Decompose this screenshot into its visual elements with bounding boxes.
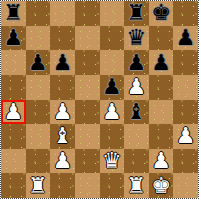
square-c2[interactable]: ♟ bbox=[50, 149, 75, 174]
square-e7[interactable] bbox=[100, 26, 125, 51]
piece-white-king[interactable]: ♚ bbox=[151, 174, 171, 198]
square-d6[interactable] bbox=[75, 50, 100, 75]
square-a6[interactable] bbox=[1, 50, 26, 75]
square-c7[interactable] bbox=[50, 26, 75, 51]
square-c8[interactable] bbox=[50, 1, 75, 26]
piece-black-pawn[interactable]: ♟ bbox=[176, 26, 196, 50]
square-g1[interactable]: ♚ bbox=[149, 173, 174, 198]
square-a3[interactable] bbox=[1, 124, 26, 149]
square-b5[interactable] bbox=[26, 75, 51, 100]
square-d2[interactable] bbox=[75, 149, 100, 174]
square-g8[interactable]: ♚ bbox=[149, 1, 174, 26]
square-a5[interactable] bbox=[1, 75, 26, 100]
piece-black-pawn[interactable]: ♟ bbox=[28, 51, 48, 75]
square-h3[interactable]: ♟ bbox=[173, 124, 198, 149]
square-c6[interactable]: ♟ bbox=[50, 50, 75, 75]
square-h2[interactable] bbox=[173, 149, 198, 174]
square-e3[interactable] bbox=[100, 124, 125, 149]
square-d8[interactable] bbox=[75, 1, 100, 26]
square-b1[interactable]: ♜ bbox=[26, 173, 51, 198]
square-f8[interactable]: ♜ bbox=[124, 1, 149, 26]
square-d7[interactable] bbox=[75, 26, 100, 51]
square-e4[interactable]: ♟ bbox=[100, 100, 125, 125]
piece-black-bishop[interactable]: ♝ bbox=[127, 100, 147, 124]
piece-white-bishop[interactable]: ♝ bbox=[53, 124, 73, 148]
square-e6[interactable] bbox=[100, 50, 125, 75]
square-h4[interactable] bbox=[173, 100, 198, 125]
square-b4[interactable] bbox=[26, 100, 51, 125]
square-f2[interactable] bbox=[124, 149, 149, 174]
square-a1[interactable] bbox=[1, 173, 26, 198]
square-c4[interactable]: ♟ bbox=[50, 100, 75, 125]
square-h7[interactable]: ♟ bbox=[173, 26, 198, 51]
square-b8[interactable] bbox=[26, 1, 51, 26]
square-f5[interactable]: ♟ bbox=[124, 75, 149, 100]
piece-black-pawn[interactable]: ♟ bbox=[3, 26, 23, 50]
square-c3[interactable]: ♝ bbox=[50, 124, 75, 149]
piece-black-queen[interactable]: ♛ bbox=[127, 26, 147, 50]
piece-black-rook[interactable]: ♜ bbox=[127, 1, 147, 25]
square-c5[interactable] bbox=[50, 75, 75, 100]
square-a2[interactable] bbox=[1, 149, 26, 174]
square-h5[interactable] bbox=[173, 75, 198, 100]
piece-black-pawn[interactable]: ♟ bbox=[53, 51, 73, 75]
square-e1[interactable] bbox=[100, 173, 125, 198]
square-d4[interactable] bbox=[75, 100, 100, 125]
square-d5[interactable] bbox=[75, 75, 100, 100]
square-a7[interactable]: ♟ bbox=[1, 26, 26, 51]
square-a8[interactable]: ♜ bbox=[1, 1, 26, 26]
piece-black-king[interactable]: ♚ bbox=[151, 1, 171, 25]
square-g5[interactable] bbox=[149, 75, 174, 100]
square-f1[interactable]: ♜ bbox=[124, 173, 149, 198]
square-c1[interactable] bbox=[50, 173, 75, 198]
square-g7[interactable] bbox=[149, 26, 174, 51]
square-f7[interactable]: ♛ bbox=[124, 26, 149, 51]
piece-white-pawn[interactable]: ♟ bbox=[3, 100, 23, 124]
square-h6[interactable] bbox=[173, 50, 198, 75]
square-g3[interactable] bbox=[149, 124, 174, 149]
square-f6[interactable]: ♟ bbox=[124, 50, 149, 75]
square-d1[interactable] bbox=[75, 173, 100, 198]
square-g4[interactable] bbox=[149, 100, 174, 125]
square-h1[interactable] bbox=[173, 173, 198, 198]
square-g2[interactable]: ♟ bbox=[149, 149, 174, 174]
piece-white-pawn[interactable]: ♟ bbox=[102, 100, 122, 124]
square-a4[interactable]: ♟ bbox=[1, 100, 26, 125]
piece-white-pawn[interactable]: ♟ bbox=[53, 100, 73, 124]
piece-black-rook[interactable]: ♜ bbox=[3, 1, 23, 25]
square-f3[interactable] bbox=[124, 124, 149, 149]
piece-white-pawn[interactable]: ♟ bbox=[176, 124, 196, 148]
square-e5[interactable]: ♟ bbox=[100, 75, 125, 100]
piece-white-pawn[interactable]: ♟ bbox=[151, 149, 171, 173]
square-b6[interactable]: ♟ bbox=[26, 50, 51, 75]
piece-white-queen[interactable]: ♛ bbox=[102, 149, 122, 173]
piece-white-pawn[interactable]: ♟ bbox=[53, 149, 73, 173]
square-f4[interactable]: ♝ bbox=[124, 100, 149, 125]
square-b2[interactable] bbox=[26, 149, 51, 174]
piece-white-rook[interactable]: ♜ bbox=[127, 174, 147, 198]
square-d3[interactable] bbox=[75, 124, 100, 149]
square-g6[interactable]: ♟ bbox=[149, 50, 174, 75]
square-h8[interactable] bbox=[173, 1, 198, 26]
chess-board: ♜♜♚♟♛♟♟♟♟♟♟♟♟♟♟♝♝♟♟♛♟♜♜♚ bbox=[0, 0, 199, 199]
piece-black-pawn[interactable]: ♟ bbox=[127, 51, 147, 75]
chess-app-window: ♜♜♚♟♛♟♟♟♟♟♟♟♟♟♟♝♝♟♟♛♟♜♜♚ bbox=[0, 0, 201, 201]
piece-white-pawn[interactable]: ♟ bbox=[127, 75, 147, 99]
piece-black-pawn[interactable]: ♟ bbox=[102, 75, 122, 99]
square-e8[interactable] bbox=[100, 1, 125, 26]
square-e2[interactable]: ♛ bbox=[100, 149, 125, 174]
piece-white-rook[interactable]: ♜ bbox=[28, 174, 48, 198]
square-b7[interactable] bbox=[26, 26, 51, 51]
piece-black-pawn[interactable]: ♟ bbox=[151, 51, 171, 75]
square-b3[interactable] bbox=[26, 124, 51, 149]
